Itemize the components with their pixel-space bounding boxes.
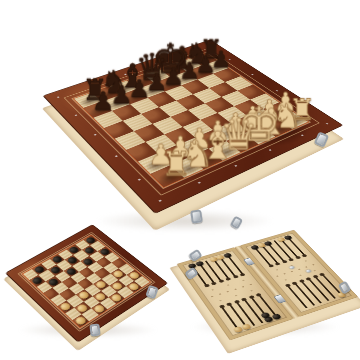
point-tip — [288, 258, 294, 262]
point-row — [250, 235, 314, 274]
point-tip — [268, 264, 274, 268]
point-stem — [301, 281, 322, 304]
point-tip — [275, 262, 281, 266]
point-tip — [292, 281, 298, 285]
black-pawn: ♟ — [92, 89, 113, 114]
product-photo-canvas: ♜♞♝♛♚♝♞♜♟♟♟♟♟♟♟♟♟♟♟♟♟♟♟♟♜♞♝♛♚♝♞♜ — [0, 0, 360, 360]
point-tip — [218, 279, 224, 283]
point-tip — [204, 284, 210, 288]
backgammon-point — [212, 297, 244, 333]
point-tip — [281, 260, 287, 264]
tan-backgammon-checker — [241, 323, 252, 330]
backgammon-box — [171, 226, 360, 345]
point-stem — [243, 299, 263, 323]
point-tip — [240, 273, 246, 277]
black-backgammon-checker — [271, 313, 282, 320]
point-row — [278, 266, 347, 310]
backgammon-open-box-view — [187, 204, 343, 356]
point-tip — [256, 293, 262, 297]
point-stem — [250, 297, 270, 321]
point-tip — [225, 277, 231, 281]
point-tip — [285, 284, 291, 288]
point-tip — [234, 300, 240, 304]
point-tip — [302, 254, 308, 258]
metal-clasp-icon — [190, 209, 203, 223]
white-rook: ♜ — [161, 148, 185, 182]
point-stem — [228, 304, 248, 329]
point-stem — [287, 285, 308, 308]
checkers-board — [5, 224, 168, 343]
backgammon-point — [227, 293, 259, 328]
backgammon-field — [247, 234, 351, 312]
metal-clasp-icon — [89, 324, 100, 337]
backgammon-point — [278, 277, 312, 310]
chess-board: ♜♞♝♛♚♝♞♜♟♟♟♟♟♟♟♟♟♟♟♟♟♟♟♟♜♞♝♛♚♝♞♜ — [43, 39, 344, 214]
black-backgammon-checker — [263, 316, 274, 323]
point-stem — [258, 294, 278, 318]
point-stem — [294, 283, 315, 306]
point-tip — [211, 281, 217, 285]
backgammon-point — [242, 288, 275, 323]
point-stem — [221, 306, 240, 331]
tan-backgammon-checker — [233, 326, 244, 333]
point-stem — [308, 278, 330, 301]
checkers-board-view — [28, 220, 144, 336]
point-stem — [236, 301, 256, 325]
black-backgammon-checker — [260, 312, 271, 319]
drilled-holes — [211, 296, 214, 298]
backgammon-point — [220, 295, 252, 330]
chess-board-view: ♜♞♝♛♚♝♞♜♟♟♟♟♟♟♟♟♟♟♟♟♟♟♟♟♜♞♝♛♚♝♞♜ — [80, 2, 296, 218]
point-tip — [219, 305, 225, 309]
backgammon-point — [235, 291, 267, 326]
point-tip — [299, 279, 305, 283]
point-tip — [241, 297, 247, 301]
hinge-icon — [273, 293, 289, 303]
backgammon-point — [249, 286, 282, 320]
point-tip — [248, 295, 254, 299]
backgammon-interior — [177, 230, 359, 341]
point-tip — [226, 302, 232, 306]
point-tip — [305, 277, 311, 281]
point-row — [212, 286, 281, 333]
point-tip — [233, 275, 239, 279]
